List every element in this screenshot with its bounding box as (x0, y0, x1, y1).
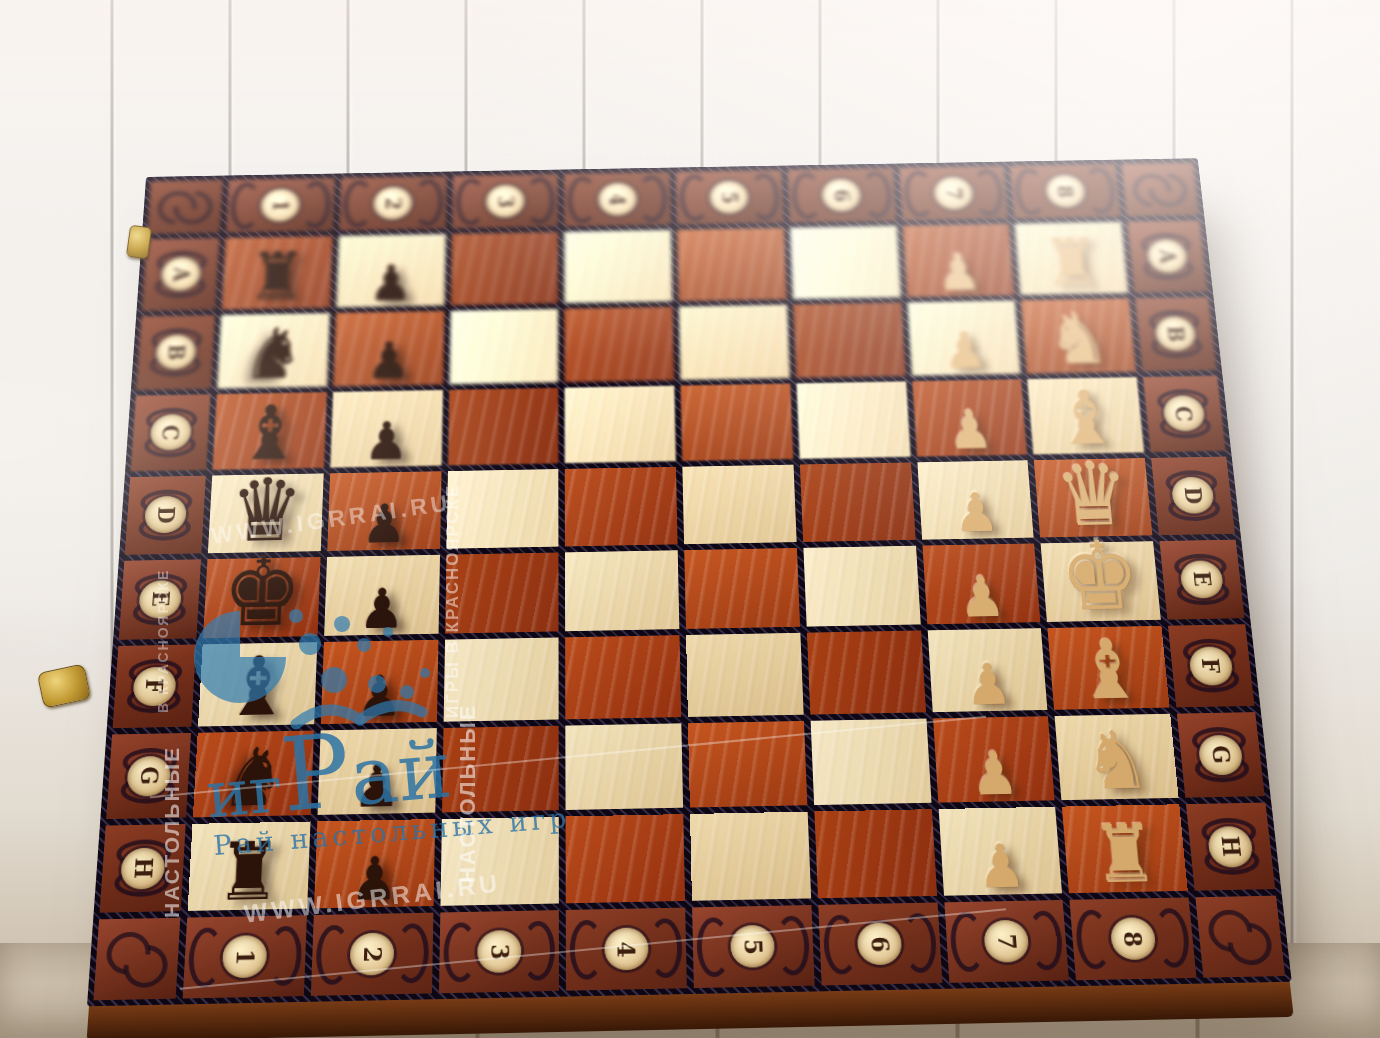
watermark-url: WWW.IGRRAI.RU (242, 868, 503, 928)
watermark-vertical-text: НАСТОЛЬНЫЕ (160, 728, 184, 918)
watermark-brand-text: игРай (200, 702, 455, 842)
watermark-url: WWW.IGRRAI.RU (209, 489, 453, 549)
watermark-vertical-text: В КРАСНОЯРСКЕ (155, 598, 171, 713)
watermark-vertical-text: НАСТОЛЬНЫЕ (455, 733, 481, 883)
igraj-crown-logo-icon (192, 572, 442, 747)
watermark-overlay: игРай Рай настольных игр WWW.IGRRAI.RU W… (0, 0, 1380, 1038)
watermark-vertical-text: ИГРЫ В КРАСНОЯРСКЕ (443, 548, 463, 718)
watermark-frame-line (150, 716, 986, 799)
watermark-frame-line (180, 908, 1006, 990)
watermark-tagline: Рай настольных игр (212, 802, 571, 861)
